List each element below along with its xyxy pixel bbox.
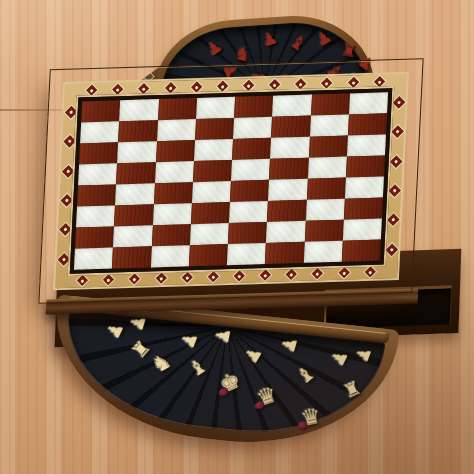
- square-r1c7: [311, 93, 350, 115]
- square-r1c4: [196, 97, 235, 119]
- cream-pawn-piece: ♟: [104, 319, 127, 341]
- cream-bishop-piece: ♝: [292, 361, 319, 388]
- square-r3c4: [194, 139, 233, 161]
- dark-bishop-piece: ♝: [287, 32, 310, 56]
- square-r7c5: [228, 222, 267, 244]
- dark-pawn-piece: ♟: [313, 28, 335, 50]
- square-r8c8: [342, 240, 381, 262]
- cream-pawn-piece: ♟: [279, 335, 301, 355]
- square-r7c1: [75, 226, 114, 248]
- inlay-diamond-icon: [388, 184, 401, 197]
- square-r6c5: [229, 201, 268, 223]
- inlay-diamond-icon: [77, 275, 88, 286]
- board-inner-outline: [68, 86, 395, 276]
- square-r1c2: [119, 99, 158, 121]
- square-r8c2: [112, 246, 151, 268]
- square-r6c3: [152, 203, 191, 225]
- inlay-diamond-icon: [338, 267, 349, 278]
- square-r8c1: [74, 248, 113, 270]
- square-r2c2: [118, 120, 157, 142]
- square-r5c1: [77, 184, 116, 206]
- square-r4c1: [78, 163, 117, 185]
- cream-bishop-piece: ♝: [185, 354, 211, 381]
- square-r2c8: [348, 113, 387, 135]
- square-r2c6: [271, 116, 310, 138]
- chess-set-photo: ♟♞♟♝♟♜♟♟♟♞♟♝♟ ♟♟♜♞♟♝♟♚♟♛♟♝♛♟♜♟: [0, 0, 474, 474]
- inlay-diamond-icon: [181, 272, 192, 283]
- square-r1c8: [349, 92, 388, 114]
- cream-king-piece: ♚: [217, 369, 244, 397]
- dark-rook-piece: ♜: [340, 41, 358, 61]
- square-r3c1: [79, 142, 118, 164]
- square-r1c6: [272, 95, 311, 117]
- inlay-diamond-icon: [208, 271, 219, 282]
- square-r1c1: [81, 100, 120, 122]
- square-r6c1: [76, 205, 115, 227]
- square-r2c5: [233, 117, 272, 139]
- mosaic-border-band: [53, 72, 409, 291]
- square-r4c5: [231, 159, 270, 181]
- cream-queen-piece: ♛: [299, 405, 323, 431]
- square-r4c7: [307, 157, 346, 179]
- square-r4c3: [155, 161, 194, 183]
- cream-pawn-piece: ♟: [213, 326, 234, 345]
- square-r4c8: [346, 155, 385, 177]
- square-r8c6: [265, 242, 304, 264]
- square-r6c6: [267, 200, 306, 222]
- square-r4c6: [269, 158, 308, 180]
- square-r2c7: [310, 114, 349, 136]
- inlay-diamond-icon: [260, 269, 271, 280]
- inlay-diamond-icon: [386, 214, 399, 227]
- square-r8c7: [303, 241, 342, 263]
- square-r7c2: [113, 225, 152, 247]
- square-r7c8: [343, 219, 382, 241]
- inlay-diamond-icon: [286, 269, 297, 280]
- inlay-diamond-icon: [391, 126, 404, 139]
- square-r2c3: [157, 119, 196, 141]
- cream-rook-piece: ♜: [129, 337, 155, 362]
- square-r7c6: [266, 221, 305, 243]
- square-r8c4: [189, 244, 228, 266]
- square-r5c5: [230, 180, 269, 202]
- inlay-diamond-icon: [312, 268, 323, 279]
- inlay-diamond-icon: [129, 273, 140, 284]
- square-r6c4: [191, 202, 230, 224]
- square-r2c4: [195, 118, 234, 140]
- square-r5c7: [306, 178, 345, 200]
- square-r6c7: [305, 199, 344, 221]
- inlay-diamond-icon: [389, 155, 402, 168]
- dark-pawn-piece: ♟: [260, 29, 280, 50]
- square-r3c3: [156, 140, 195, 162]
- square-r3c5: [232, 138, 271, 160]
- cream-pawn-piece: ♟: [353, 345, 374, 365]
- cream-queen-piece: ♛: [254, 383, 280, 410]
- cream-knight-piece: ♞: [149, 350, 176, 377]
- square-r2c1: [80, 121, 119, 143]
- square-r5c8: [345, 176, 384, 198]
- square-r1c3: [158, 98, 197, 120]
- square-r6c2: [114, 204, 153, 226]
- square-r7c3: [151, 224, 190, 246]
- inlay-diamond-icon: [364, 266, 375, 277]
- inlay-diamond-icon: [385, 243, 398, 256]
- dark-pawn-piece: ♟: [203, 37, 225, 60]
- square-r8c5: [227, 243, 266, 265]
- square-r6c8: [344, 198, 383, 220]
- square-r4c2: [116, 162, 155, 184]
- cream-pawn-piece: ♟: [178, 330, 201, 352]
- square-r3c7: [308, 136, 347, 158]
- inlay-diamond-icon: [392, 96, 405, 109]
- square-r7c4: [190, 223, 229, 245]
- inlay-diamond-icon: [234, 270, 245, 281]
- square-r5c6: [268, 179, 307, 201]
- cream-pawn-piece: ♟: [328, 347, 351, 369]
- square-r3c2: [117, 141, 156, 163]
- square-r5c3: [154, 182, 193, 204]
- square-r5c2: [115, 183, 154, 205]
- checkerboard-grid: [74, 92, 388, 269]
- cream-pawn-piece: ♟: [241, 344, 265, 367]
- square-r1c5: [234, 96, 273, 118]
- cream-rook-piece: ♜: [341, 378, 364, 402]
- inlay-diamond-icon: [155, 272, 166, 283]
- dark-knight-piece: ♞: [233, 43, 253, 65]
- square-r8c3: [150, 245, 189, 267]
- chess-board: [38, 58, 423, 304]
- square-r7c7: [304, 220, 343, 242]
- square-r4c4: [193, 160, 232, 182]
- square-r5c4: [192, 181, 231, 203]
- square-r3c6: [270, 137, 309, 159]
- inlay-diamond-icon: [103, 274, 114, 285]
- square-r3c8: [347, 134, 386, 156]
